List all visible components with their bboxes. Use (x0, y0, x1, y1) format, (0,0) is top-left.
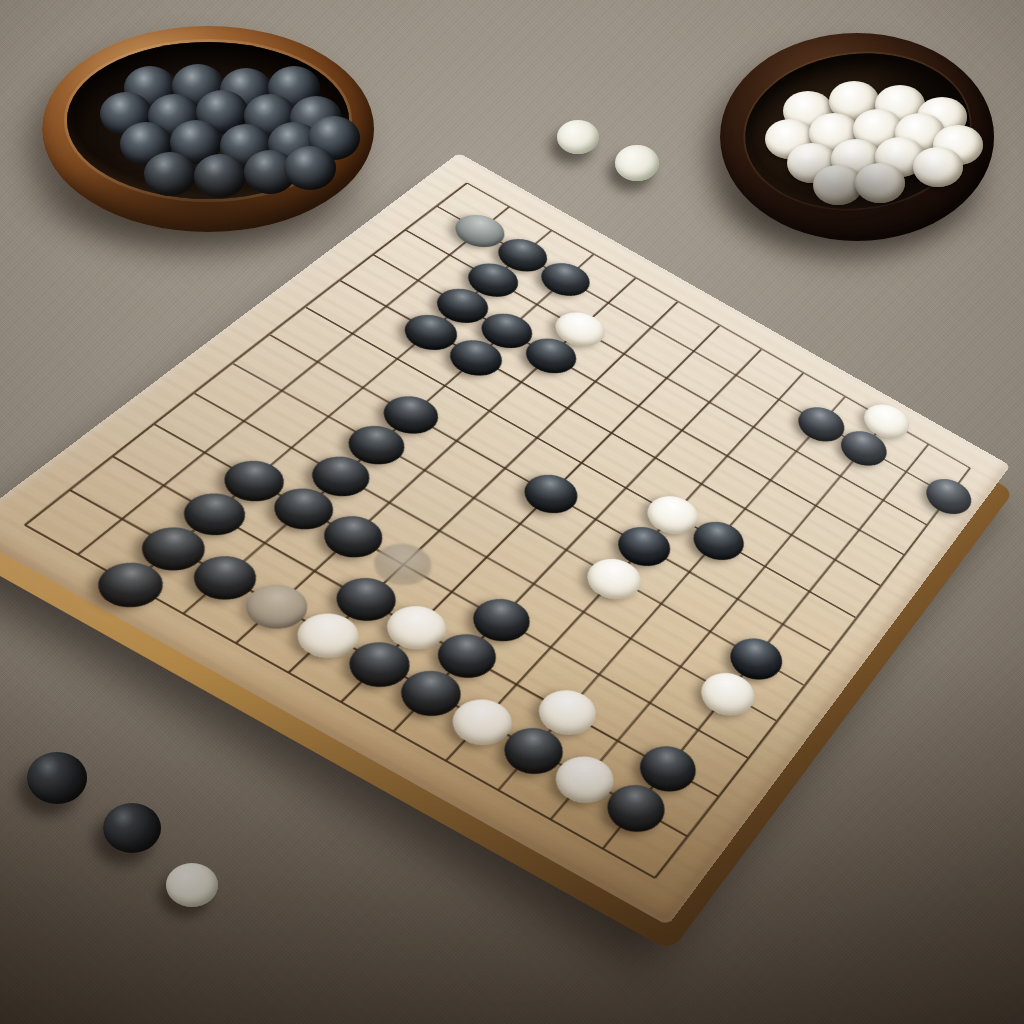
table-surface (0, 0, 1024, 1024)
loose-stone-black (27, 752, 87, 804)
grid-line (551, 421, 888, 820)
loose-stone-black (103, 803, 161, 853)
loose-stone-white (615, 145, 659, 181)
bowl-shadow (698, 150, 1002, 254)
loose-stone-white (166, 863, 218, 907)
loose-stone-white (557, 120, 599, 154)
bowl-shadow (16, 150, 384, 258)
